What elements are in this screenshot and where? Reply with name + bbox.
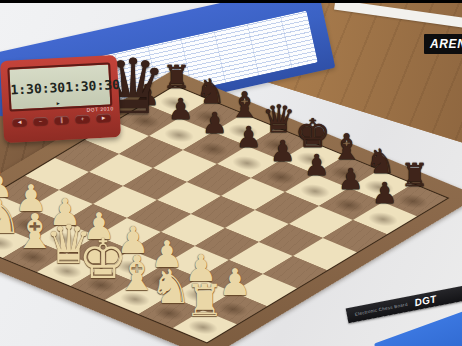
clock-button-3: ∥ — [54, 116, 69, 125]
dgt-logo: DGT — [413, 293, 437, 308]
clock-button-2: − — [33, 117, 48, 126]
letterbox-bar — [0, 0, 462, 3]
clock-button-4: + — [75, 114, 90, 123]
arena-watermark: ARENA — [424, 34, 462, 54]
clock-buttons: ◄−∥+► — [3, 113, 120, 127]
square-h1: ♜ — [173, 310, 237, 342]
clock-time-left: 1:30:30 — [10, 79, 66, 97]
move-indicator-icon: ▸ — [57, 100, 60, 106]
clock-button-5: ► — [96, 113, 111, 122]
chess-clock: 1:30:30 1:30:30 ▸ DGT 2010 ◄−∥+► — [0, 55, 121, 143]
white-rook: ♜ — [175, 271, 235, 331]
clock-display: 1:30:30 1:30:30 ▸ — [7, 62, 112, 111]
clock-model-label: DGT 2010 — [86, 105, 113, 112]
clock-button-1: ◄ — [12, 118, 27, 127]
black-pawn: ♟ — [355, 163, 415, 223]
clock-time-right: 1:30:30 — [65, 76, 121, 94]
video-frame: ♜♞♝♛♚♝♞♜♟♟♟♟♟♟♟♟♟♟♟♟♟♟♟♟♜♞♝♛♚♝♞♜ ♛ Elect… — [0, 0, 462, 346]
board-edge-text: Electronic Chess Board — [354, 302, 408, 317]
